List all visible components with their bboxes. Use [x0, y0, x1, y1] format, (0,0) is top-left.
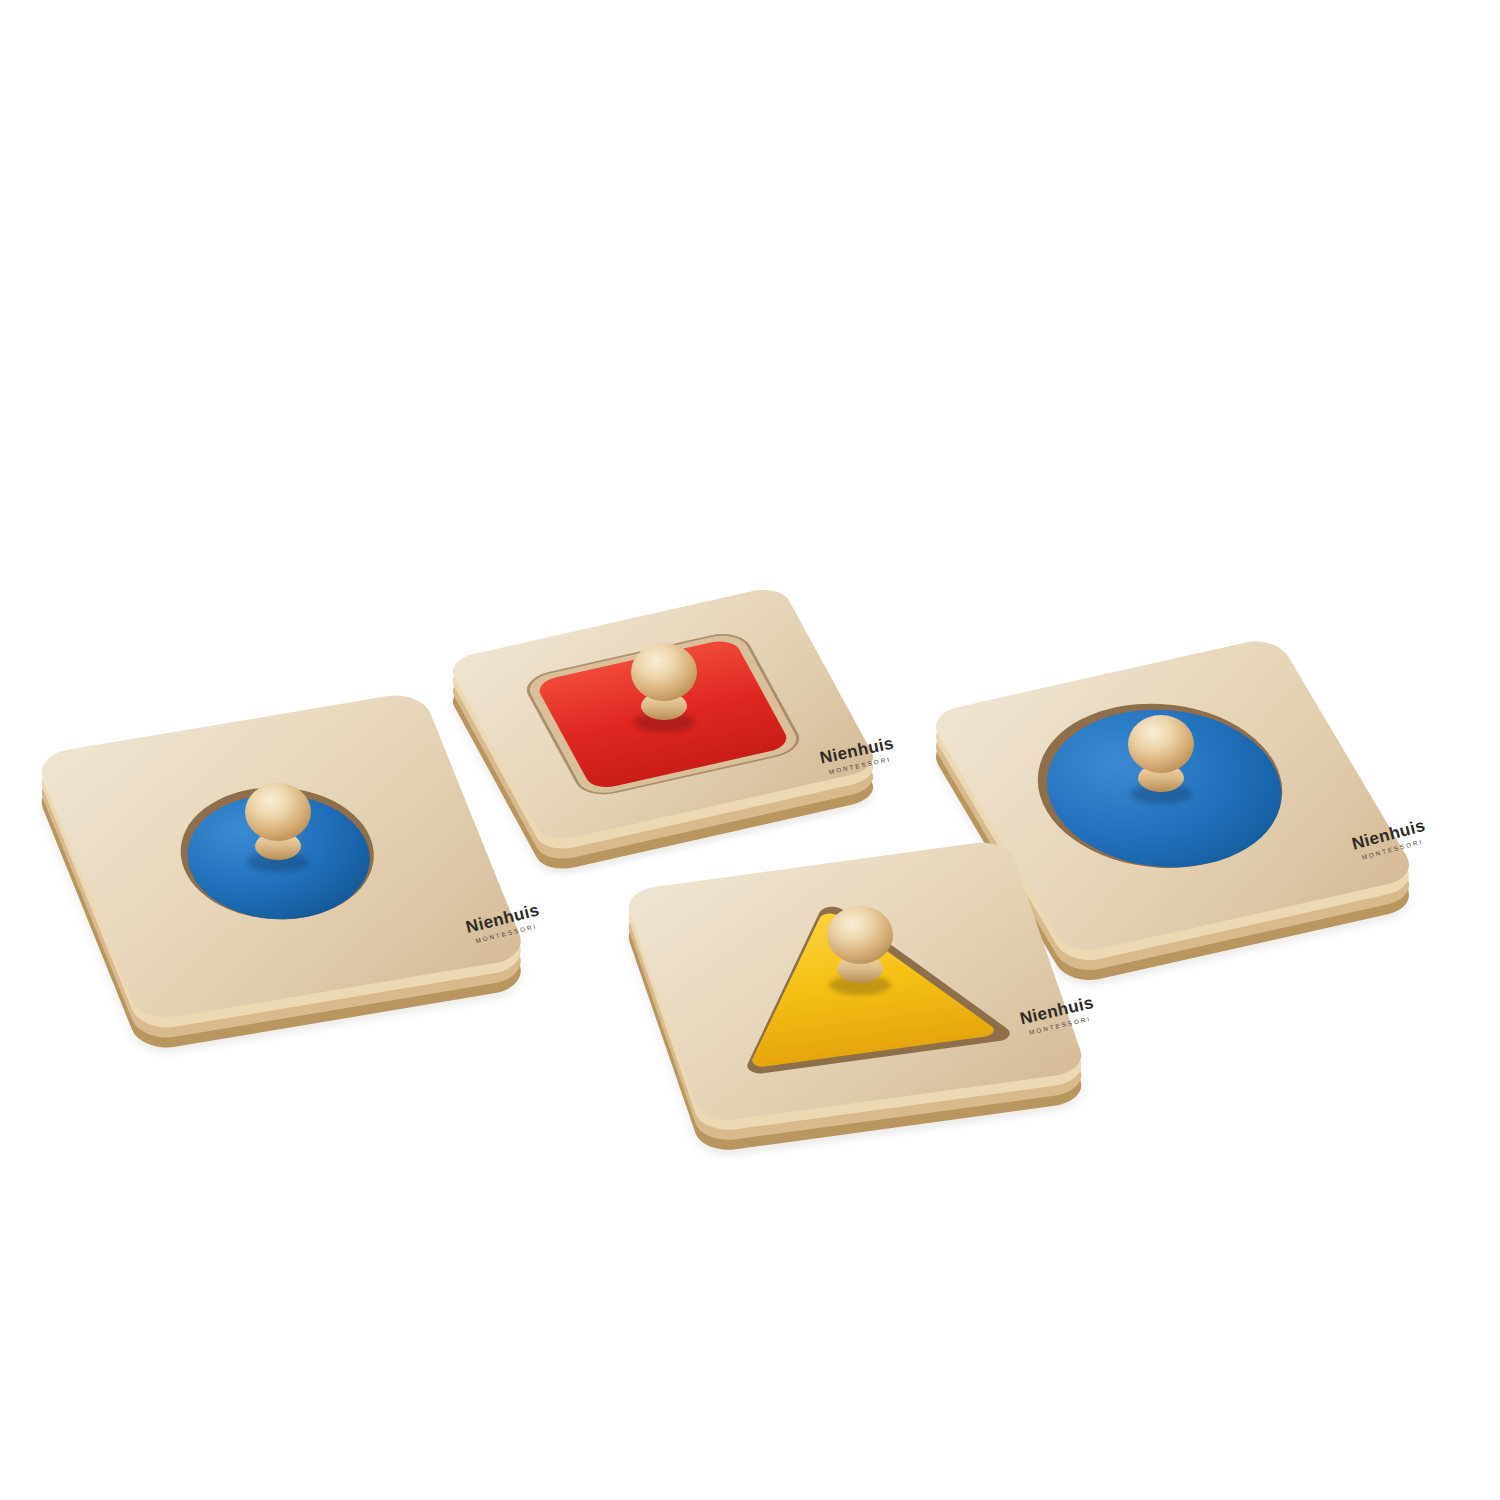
wooden-knob[interactable] [631, 643, 697, 732]
wooden-knob[interactable] [245, 783, 311, 872]
knob-ball [245, 783, 311, 841]
product-photo: Nienhuis MONTESSORI Nienhuis [0, 0, 1500, 1500]
puzzle-board-square: Nienhuis MONTESSORI [446, 585, 898, 880]
knob-ball [631, 643, 697, 701]
puzzle-set-canvas: Nienhuis MONTESSORI Nienhuis [0, 0, 1500, 1500]
knob-ball [1128, 715, 1194, 773]
knob-ball [827, 906, 893, 964]
wooden-knob[interactable] [1128, 715, 1194, 804]
wooden-knob[interactable] [827, 906, 893, 995]
puzzle-board-small-circle: Nienhuis MONTESSORI [34, 690, 544, 1058]
